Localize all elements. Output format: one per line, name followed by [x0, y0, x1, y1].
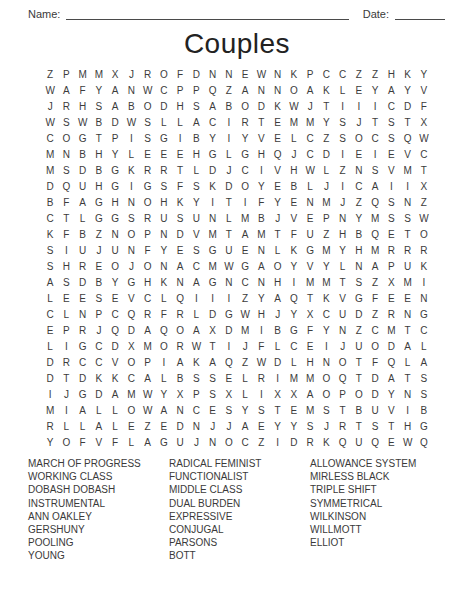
- grid-cell[interactable]: T: [205, 338, 221, 354]
- grid-cell[interactable]: K: [107, 370, 123, 386]
- grid-cell[interactable]: D: [123, 322, 139, 338]
- grid-cell[interactable]: L: [172, 114, 188, 130]
- grid-cell[interactable]: D: [367, 386, 383, 402]
- grid-cell[interactable]: H: [58, 258, 74, 274]
- grid-cell[interactable]: I: [400, 178, 416, 194]
- grid-cell[interactable]: Z: [237, 290, 253, 306]
- grid-cell[interactable]: H: [286, 162, 302, 178]
- grid-cell[interactable]: B: [75, 146, 91, 162]
- grid-cell[interactable]: G: [237, 258, 253, 274]
- grid-cell[interactable]: M: [302, 114, 318, 130]
- grid-cell[interactable]: C: [302, 146, 318, 162]
- grid-cell[interactable]: S: [58, 162, 74, 178]
- grid-cell[interactable]: N: [221, 66, 237, 82]
- grid-cell[interactable]: O: [58, 434, 74, 450]
- grid-cell[interactable]: G: [75, 130, 91, 146]
- grid-cell[interactable]: S: [302, 418, 318, 434]
- grid-cell[interactable]: P: [58, 66, 74, 82]
- grid-cell[interactable]: Q: [286, 290, 302, 306]
- grid-cell[interactable]: L: [42, 290, 58, 306]
- grid-cell[interactable]: U: [156, 210, 172, 226]
- grid-cell[interactable]: Q: [367, 194, 383, 210]
- grid-cell[interactable]: L: [335, 258, 351, 274]
- grid-cell[interactable]: N: [270, 66, 286, 82]
- grid-cell[interactable]: A: [188, 322, 204, 338]
- grid-cell[interactable]: Y: [156, 386, 172, 402]
- grid-cell[interactable]: L: [107, 418, 123, 434]
- grid-cell[interactable]: W: [75, 114, 91, 130]
- grid-cell[interactable]: Y: [107, 146, 123, 162]
- grid-cell[interactable]: Q: [400, 130, 416, 146]
- grid-cell[interactable]: B: [416, 402, 432, 418]
- grid-cell[interactable]: N: [205, 66, 221, 82]
- grid-cell[interactable]: U: [221, 242, 237, 258]
- grid-cell[interactable]: E: [383, 146, 399, 162]
- grid-cell[interactable]: E: [286, 194, 302, 210]
- grid-cell[interactable]: K: [270, 98, 286, 114]
- grid-cell[interactable]: C: [237, 434, 253, 450]
- grid-cell[interactable]: A: [107, 386, 123, 402]
- grid-cell[interactable]: J: [123, 66, 139, 82]
- grid-cell[interactable]: L: [156, 290, 172, 306]
- grid-cell[interactable]: C: [42, 210, 58, 226]
- grid-cell[interactable]: Z: [351, 194, 367, 210]
- grid-cell[interactable]: L: [221, 210, 237, 226]
- grid-cell[interactable]: L: [58, 418, 74, 434]
- grid-cell[interactable]: A: [188, 274, 204, 290]
- grid-cell[interactable]: A: [140, 322, 156, 338]
- grid-cell[interactable]: U: [75, 242, 91, 258]
- grid-cell[interactable]: S: [58, 274, 74, 290]
- grid-cell[interactable]: A: [91, 418, 107, 434]
- grid-cell[interactable]: M: [367, 242, 383, 258]
- grid-cell[interactable]: D: [205, 162, 221, 178]
- grid-cell[interactable]: P: [318, 210, 334, 226]
- grid-cell[interactable]: L: [75, 418, 91, 434]
- grid-cell[interactable]: Y: [156, 242, 172, 258]
- grid-cell[interactable]: G: [156, 434, 172, 450]
- grid-cell[interactable]: L: [237, 370, 253, 386]
- grid-cell[interactable]: R: [302, 434, 318, 450]
- grid-cell[interactable]: E: [270, 178, 286, 194]
- grid-cell[interactable]: S: [318, 402, 334, 418]
- grid-cell[interactable]: I: [335, 98, 351, 114]
- grid-cell[interactable]: R: [75, 322, 91, 338]
- grid-cell[interactable]: G: [107, 210, 123, 226]
- grid-cell[interactable]: P: [335, 386, 351, 402]
- grid-cell[interactable]: C: [188, 402, 204, 418]
- grid-cell[interactable]: T: [270, 402, 286, 418]
- grid-cell[interactable]: D: [221, 178, 237, 194]
- grid-cell[interactable]: U: [302, 226, 318, 242]
- grid-cell[interactable]: E: [140, 146, 156, 162]
- grid-cell[interactable]: C: [335, 66, 351, 82]
- grid-cell[interactable]: A: [400, 338, 416, 354]
- grid-cell[interactable]: O: [237, 178, 253, 194]
- grid-cell[interactable]: W: [400, 434, 416, 450]
- grid-cell[interactable]: N: [123, 82, 139, 98]
- grid-cell[interactable]: I: [156, 354, 172, 370]
- grid-cell[interactable]: I: [188, 290, 204, 306]
- grid-cell[interactable]: N: [172, 274, 188, 290]
- grid-cell[interactable]: S: [188, 98, 204, 114]
- grid-cell[interactable]: R: [58, 354, 74, 370]
- grid-cell[interactable]: G: [75, 386, 91, 402]
- grid-cell[interactable]: O: [367, 338, 383, 354]
- grid-cell[interactable]: G: [107, 178, 123, 194]
- grid-cell[interactable]: E: [221, 370, 237, 386]
- grid-cell[interactable]: X: [270, 386, 286, 402]
- grid-cell[interactable]: G: [91, 210, 107, 226]
- grid-cell[interactable]: W: [123, 114, 139, 130]
- grid-cell[interactable]: B: [351, 402, 367, 418]
- grid-cell[interactable]: N: [335, 210, 351, 226]
- grid-cell[interactable]: V: [383, 162, 399, 178]
- grid-cell[interactable]: W: [140, 386, 156, 402]
- grid-cell[interactable]: D: [351, 306, 367, 322]
- grid-cell[interactable]: R: [383, 242, 399, 258]
- grid-cell[interactable]: G: [416, 418, 432, 434]
- grid-cell[interactable]: G: [205, 242, 221, 258]
- grid-cell[interactable]: R: [58, 98, 74, 114]
- grid-cell[interactable]: M: [286, 370, 302, 386]
- grid-cell[interactable]: Y: [318, 114, 334, 130]
- grid-cell[interactable]: D: [400, 98, 416, 114]
- grid-cell[interactable]: Q: [123, 306, 139, 322]
- grid-cell[interactable]: E: [156, 418, 172, 434]
- grid-cell[interactable]: O: [107, 258, 123, 274]
- grid-cell[interactable]: A: [156, 402, 172, 418]
- grid-cell[interactable]: S: [383, 210, 399, 226]
- grid-cell[interactable]: P: [107, 130, 123, 146]
- grid-cell[interactable]: N: [172, 402, 188, 418]
- grid-cell[interactable]: N: [302, 194, 318, 210]
- grid-cell[interactable]: Z: [91, 226, 107, 242]
- grid-cell[interactable]: A: [383, 370, 399, 386]
- grid-cell[interactable]: N: [416, 290, 432, 306]
- grid-cell[interactable]: F: [58, 226, 74, 242]
- grid-cell[interactable]: G: [286, 322, 302, 338]
- grid-cell[interactable]: E: [351, 82, 367, 98]
- grid-cell[interactable]: V: [123, 290, 139, 306]
- grid-cell[interactable]: K: [91, 370, 107, 386]
- grid-cell[interactable]: K: [400, 66, 416, 82]
- grid-cell[interactable]: C: [42, 130, 58, 146]
- grid-cell[interactable]: T: [335, 274, 351, 290]
- grid-cell[interactable]: O: [318, 386, 334, 402]
- grid-cell[interactable]: A: [237, 82, 253, 98]
- grid-cell[interactable]: M: [237, 322, 253, 338]
- grid-cell[interactable]: S: [91, 290, 107, 306]
- grid-cell[interactable]: F: [140, 242, 156, 258]
- grid-cell[interactable]: C: [302, 130, 318, 146]
- grid-cell[interactable]: M: [318, 274, 334, 290]
- grid-cell[interactable]: I: [351, 98, 367, 114]
- grid-cell[interactable]: Q: [367, 226, 383, 242]
- grid-cell[interactable]: L: [123, 146, 139, 162]
- grid-cell[interactable]: I: [123, 130, 139, 146]
- grid-cell[interactable]: E: [302, 338, 318, 354]
- grid-cell[interactable]: I: [221, 114, 237, 130]
- grid-cell[interactable]: L: [91, 402, 107, 418]
- grid-cell[interactable]: T: [400, 114, 416, 130]
- grid-cell[interactable]: I: [221, 338, 237, 354]
- grid-cell[interactable]: R: [140, 66, 156, 82]
- grid-cell[interactable]: N: [335, 322, 351, 338]
- grid-cell[interactable]: A: [237, 418, 253, 434]
- grid-cell[interactable]: T: [253, 114, 269, 130]
- grid-cell[interactable]: G: [107, 162, 123, 178]
- grid-cell[interactable]: T: [383, 418, 399, 434]
- grid-cell[interactable]: Q: [172, 290, 188, 306]
- grid-cell[interactable]: H: [91, 146, 107, 162]
- grid-cell[interactable]: I: [335, 146, 351, 162]
- grid-cell[interactable]: D: [107, 114, 123, 130]
- grid-cell[interactable]: O: [172, 322, 188, 338]
- grid-cell[interactable]: S: [123, 210, 139, 226]
- grid-cell[interactable]: M: [42, 402, 58, 418]
- grid-cell[interactable]: D: [172, 418, 188, 434]
- grid-cell[interactable]: W: [140, 82, 156, 98]
- grid-cell[interactable]: F: [75, 82, 91, 98]
- grid-cell[interactable]: T: [302, 290, 318, 306]
- grid-cell[interactable]: R: [237, 114, 253, 130]
- grid-cell[interactable]: S: [335, 130, 351, 146]
- grid-cell[interactable]: O: [156, 66, 172, 82]
- grid-cell[interactable]: T: [351, 370, 367, 386]
- grid-cell[interactable]: D: [75, 274, 91, 290]
- grid-cell[interactable]: X: [172, 386, 188, 402]
- grid-cell[interactable]: G: [75, 338, 91, 354]
- grid-cell[interactable]: T: [221, 194, 237, 210]
- grid-cell[interactable]: V: [188, 226, 204, 242]
- grid-cell[interactable]: K: [286, 66, 302, 82]
- grid-cell[interactable]: M: [123, 386, 139, 402]
- grid-cell[interactable]: K: [286, 242, 302, 258]
- grid-cell[interactable]: M: [205, 258, 221, 274]
- grid-cell[interactable]: F: [75, 434, 91, 450]
- grid-cell[interactable]: M: [140, 338, 156, 354]
- grid-cell[interactable]: B: [188, 130, 204, 146]
- grid-cell[interactable]: R: [383, 306, 399, 322]
- grid-cell[interactable]: C: [237, 162, 253, 178]
- grid-cell[interactable]: H: [188, 146, 204, 162]
- grid-cell[interactable]: F: [253, 338, 269, 354]
- grid-cell[interactable]: L: [302, 178, 318, 194]
- grid-cell[interactable]: C: [91, 338, 107, 354]
- grid-cell[interactable]: F: [253, 194, 269, 210]
- grid-cell[interactable]: Z: [221, 82, 237, 98]
- grid-cell[interactable]: V: [416, 82, 432, 98]
- grid-cell[interactable]: O: [286, 82, 302, 98]
- grid-cell[interactable]: M: [42, 162, 58, 178]
- grid-cell[interactable]: T: [221, 226, 237, 242]
- grid-cell[interactable]: S: [188, 242, 204, 258]
- grid-cell[interactable]: W: [416, 210, 432, 226]
- grid-cell[interactable]: N: [123, 194, 139, 210]
- grid-cell[interactable]: D: [253, 98, 269, 114]
- grid-cell[interactable]: L: [270, 242, 286, 258]
- grid-cell[interactable]: T: [58, 210, 74, 226]
- grid-cell[interactable]: I: [237, 194, 253, 210]
- grid-cell[interactable]: O: [335, 354, 351, 370]
- grid-cell[interactable]: W: [286, 98, 302, 114]
- grid-cell[interactable]: Y: [351, 210, 367, 226]
- grid-cell[interactable]: R: [335, 418, 351, 434]
- grid-cell[interactable]: C: [286, 338, 302, 354]
- grid-cell[interactable]: Z: [367, 274, 383, 290]
- grid-cell[interactable]: E: [351, 146, 367, 162]
- grid-cell[interactable]: K: [156, 274, 172, 290]
- grid-cell[interactable]: J: [318, 418, 334, 434]
- grid-cell[interactable]: A: [140, 370, 156, 386]
- grid-cell[interactable]: T: [351, 354, 367, 370]
- grid-cell[interactable]: I: [400, 402, 416, 418]
- grid-cell[interactable]: N: [75, 306, 91, 322]
- grid-cell[interactable]: W: [253, 354, 269, 370]
- grid-cell[interactable]: Z: [335, 162, 351, 178]
- grid-cell[interactable]: R: [140, 306, 156, 322]
- grid-cell[interactable]: T: [416, 162, 432, 178]
- grid-cell[interactable]: U: [351, 434, 367, 450]
- grid-cell[interactable]: E: [253, 418, 269, 434]
- grid-cell[interactable]: P: [58, 322, 74, 338]
- grid-cell[interactable]: A: [75, 402, 91, 418]
- grid-cell[interactable]: V: [253, 130, 269, 146]
- grid-cell[interactable]: S: [400, 210, 416, 226]
- grid-cell[interactable]: Y: [253, 290, 269, 306]
- grid-cell[interactable]: L: [318, 162, 334, 178]
- grid-cell[interactable]: Z: [367, 66, 383, 82]
- grid-cell[interactable]: T: [400, 370, 416, 386]
- grid-cell[interactable]: K: [318, 434, 334, 450]
- grid-cell[interactable]: J: [58, 386, 74, 402]
- grid-cell[interactable]: E: [383, 290, 399, 306]
- grid-cell[interactable]: A: [107, 82, 123, 98]
- grid-cell[interactable]: Y: [91, 82, 107, 98]
- grid-cell[interactable]: F: [367, 290, 383, 306]
- grid-cell[interactable]: F: [416, 98, 432, 114]
- grid-cell[interactable]: Q: [270, 146, 286, 162]
- grid-cell[interactable]: C: [156, 82, 172, 98]
- grid-cell[interactable]: V: [270, 162, 286, 178]
- grid-cell[interactable]: O: [140, 98, 156, 114]
- grid-cell[interactable]: X: [286, 386, 302, 402]
- grid-cell[interactable]: A: [205, 354, 221, 370]
- grid-cell[interactable]: S: [383, 130, 399, 146]
- grid-cell[interactable]: E: [42, 322, 58, 338]
- grid-cell[interactable]: S: [367, 418, 383, 434]
- grid-cell[interactable]: Y: [237, 130, 253, 146]
- grid-cell[interactable]: D: [42, 354, 58, 370]
- grid-cell[interactable]: V: [335, 290, 351, 306]
- grid-cell[interactable]: E: [172, 242, 188, 258]
- grid-cell[interactable]: N: [270, 82, 286, 98]
- grid-cell[interactable]: U: [172, 434, 188, 450]
- grid-cell[interactable]: D: [42, 370, 58, 386]
- grid-cell[interactable]: O: [351, 130, 367, 146]
- grid-cell[interactable]: S: [91, 98, 107, 114]
- grid-cell[interactable]: B: [91, 162, 107, 178]
- grid-cell[interactable]: L: [286, 130, 302, 146]
- grid-cell[interactable]: D: [367, 370, 383, 386]
- grid-cell[interactable]: K: [172, 194, 188, 210]
- grid-cell[interactable]: Y: [270, 194, 286, 210]
- grid-cell[interactable]: E: [237, 242, 253, 258]
- grid-cell[interactable]: E: [205, 402, 221, 418]
- grid-cell[interactable]: M: [205, 226, 221, 242]
- grid-cell[interactable]: Y: [400, 82, 416, 98]
- grid-cell[interactable]: T: [270, 226, 286, 242]
- grid-cell[interactable]: L: [400, 354, 416, 370]
- grid-cell[interactable]: P: [188, 82, 204, 98]
- grid-cell[interactable]: P: [302, 66, 318, 82]
- grid-cell[interactable]: Y: [286, 418, 302, 434]
- grid-cell[interactable]: Q: [156, 322, 172, 338]
- grid-cell[interactable]: O: [123, 354, 139, 370]
- grid-cell[interactable]: U: [335, 306, 351, 322]
- grid-cell[interactable]: X: [221, 386, 237, 402]
- grid-cell[interactable]: W: [253, 66, 269, 82]
- grid-cell[interactable]: X: [383, 274, 399, 290]
- grid-cell[interactable]: J: [221, 418, 237, 434]
- grid-cell[interactable]: C: [367, 130, 383, 146]
- grid-cell[interactable]: C: [188, 258, 204, 274]
- grid-cell[interactable]: P: [383, 258, 399, 274]
- grid-cell[interactable]: Y: [286, 258, 302, 274]
- grid-cell[interactable]: I: [253, 386, 269, 402]
- grid-cell[interactable]: S: [383, 194, 399, 210]
- grid-cell[interactable]: H: [107, 194, 123, 210]
- grid-cell[interactable]: I: [383, 178, 399, 194]
- grid-cell[interactable]: O: [58, 130, 74, 146]
- grid-cell[interactable]: Y: [107, 274, 123, 290]
- grid-cell[interactable]: O: [123, 226, 139, 242]
- grid-cell[interactable]: D: [75, 162, 91, 178]
- grid-cell[interactable]: O: [221, 434, 237, 450]
- grid-cell[interactable]: S: [188, 178, 204, 194]
- grid-cell[interactable]: O: [318, 370, 334, 386]
- grid-cell[interactable]: D: [286, 434, 302, 450]
- grid-cell[interactable]: A: [367, 178, 383, 194]
- grid-cell[interactable]: E: [107, 290, 123, 306]
- grid-cell[interactable]: A: [383, 82, 399, 98]
- grid-cell[interactable]: F: [367, 354, 383, 370]
- grid-cell[interactable]: H: [351, 242, 367, 258]
- grid-cell[interactable]: F: [302, 322, 318, 338]
- grid-cell[interactable]: D: [172, 226, 188, 242]
- grid-cell[interactable]: D: [156, 98, 172, 114]
- grid-cell[interactable]: S: [205, 370, 221, 386]
- grid-cell[interactable]: K: [123, 162, 139, 178]
- grid-cell[interactable]: Z: [351, 66, 367, 82]
- grid-cell[interactable]: M: [318, 242, 334, 258]
- grid-cell[interactable]: I: [270, 370, 286, 386]
- grid-cell[interactable]: L: [107, 402, 123, 418]
- grid-cell[interactable]: Z: [253, 434, 269, 450]
- grid-cell[interactable]: T: [58, 370, 74, 386]
- grid-cell[interactable]: M: [302, 402, 318, 418]
- grid-cell[interactable]: Y: [188, 194, 204, 210]
- grid-cell[interactable]: E: [237, 66, 253, 82]
- grid-cell[interactable]: I: [270, 434, 286, 450]
- grid-cell[interactable]: H: [400, 418, 416, 434]
- grid-cell[interactable]: K: [318, 290, 334, 306]
- grid-cell[interactable]: R: [172, 306, 188, 322]
- grid-cell[interactable]: N: [205, 210, 221, 226]
- grid-cell[interactable]: J: [188, 434, 204, 450]
- grid-cell[interactable]: A: [75, 194, 91, 210]
